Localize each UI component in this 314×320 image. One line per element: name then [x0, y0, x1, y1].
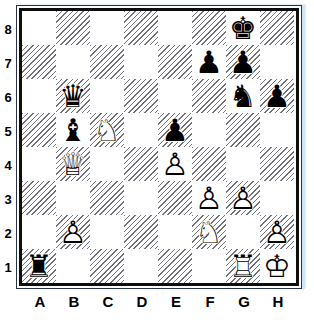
square-g7: ♟♟: [226, 45, 260, 79]
piece-glyph: ♙: [158, 147, 192, 181]
file-label-b: B: [57, 293, 91, 313]
file-label-g: G: [227, 293, 261, 313]
square-e2: [158, 215, 192, 249]
chess-board: ♚♚♟♟♟♟♛♛♞♞♟♟♝♝♞♘♟♟♛♕♟♙♟♙♟♙♟♙♞♘♟♙♜♜♜♖♚♔: [22, 11, 296, 283]
square-b5: ♝♝: [56, 113, 90, 147]
square-a3: [22, 181, 56, 215]
square-d5: [124, 113, 158, 147]
piece-glyph: ♖: [226, 249, 260, 283]
file-label-e: E: [159, 293, 193, 313]
square-h7: [260, 45, 294, 79]
board-border: ♚♚♟♟♟♟♛♛♞♞♟♟♝♝♞♘♟♟♛♕♟♙♟♙♟♙♟♙♞♘♟♙♜♜♜♖♚♔: [19, 8, 299, 286]
square-g5: [226, 113, 260, 147]
file-label-h: H: [261, 293, 295, 313]
rank-label-8: 8: [0, 12, 16, 46]
piece-glyph: ♝: [56, 113, 90, 147]
square-e8: [158, 11, 192, 45]
corner-spacer: [0, 289, 16, 313]
square-c8: [90, 11, 124, 45]
rank-label-7: 7: [0, 46, 16, 80]
square-b7: [56, 45, 90, 79]
square-a6: [22, 79, 56, 113]
square-c5: ♞♘: [90, 113, 124, 147]
square-f8: [192, 11, 226, 45]
piece-glyph: ♜: [22, 249, 56, 283]
piece-glyph: ♕: [56, 147, 90, 181]
square-a8: [22, 11, 56, 45]
piece-glyph: ♚: [226, 11, 260, 45]
piece-white-knight: ♞♘: [90, 113, 124, 147]
square-c2: [90, 215, 124, 249]
square-e4: ♟♙: [158, 147, 192, 181]
square-b8: [56, 11, 90, 45]
piece-black-rook: ♜♜: [22, 249, 56, 283]
square-d6: [124, 79, 158, 113]
square-g1: ♜♖: [226, 249, 260, 283]
piece-glyph: ♔: [260, 249, 294, 283]
piece-black-pawn: ♟♟: [226, 45, 260, 79]
piece-white-pawn: ♟♙: [226, 181, 260, 215]
piece-black-pawn: ♟♟: [260, 79, 294, 113]
rank-label-5: 5: [0, 114, 16, 148]
piece-white-queen: ♛♕: [56, 147, 90, 181]
square-f5: [192, 113, 226, 147]
piece-white-pawn: ♟♙: [56, 215, 90, 249]
piece-white-pawn: ♟♙: [158, 147, 192, 181]
piece-glyph: ♘: [90, 113, 124, 147]
chess-diagram-page: 87654321 ♚♚♟♟♟♟♛♛♞♞♟♟♝♝♞♘♟♟♛♕♟♙♟♙♟♙♟♙♞♘♟…: [0, 0, 314, 313]
square-a1: ♜♜: [22, 249, 56, 283]
square-d2: [124, 215, 158, 249]
rank-label-1: 1: [0, 250, 16, 284]
square-e7: [158, 45, 192, 79]
square-h4: [260, 147, 294, 181]
square-g8: ♚♚: [226, 11, 260, 45]
file-labels: ABCDEFGH: [23, 289, 314, 313]
square-g6: ♞♞: [226, 79, 260, 113]
piece-glyph: ♙: [226, 181, 260, 215]
square-g4: [226, 147, 260, 181]
file-label-a: A: [23, 293, 57, 313]
square-d1: [124, 249, 158, 283]
square-d8: [124, 11, 158, 45]
file-label-d: D: [125, 293, 159, 313]
rank-labels: 87654321: [0, 5, 16, 289]
square-e6: [158, 79, 192, 113]
piece-glyph: ♙: [56, 215, 90, 249]
piece-glyph: ♛: [56, 79, 90, 113]
file-label-f: F: [193, 293, 227, 313]
square-h8: [260, 11, 294, 45]
piece-black-pawn: ♟♟: [192, 45, 226, 79]
square-e5: ♟♟: [158, 113, 192, 147]
board-frame: ♚♚♟♟♟♟♛♛♞♞♟♟♝♝♞♘♟♟♛♕♟♙♟♙♟♙♟♙♞♘♟♙♜♜♜♖♚♔: [16, 5, 302, 289]
piece-glyph: ♟: [226, 45, 260, 79]
square-c7: [90, 45, 124, 79]
rank-label-2: 2: [0, 216, 16, 250]
square-c1: [90, 249, 124, 283]
piece-white-king: ♚♔: [260, 249, 294, 283]
square-b2: ♟♙: [56, 215, 90, 249]
piece-white-pawn: ♟♙: [260, 215, 294, 249]
square-f4: [192, 147, 226, 181]
square-c3: [90, 181, 124, 215]
piece-glyph: ♟: [158, 113, 192, 147]
square-f7: ♟♟: [192, 45, 226, 79]
square-b1: [56, 249, 90, 283]
square-f2: ♞♘: [192, 215, 226, 249]
square-h5: [260, 113, 294, 147]
piece-white-knight: ♞♘: [192, 215, 226, 249]
piece-glyph: ♙: [260, 215, 294, 249]
square-g2: [226, 215, 260, 249]
square-a7: [22, 45, 56, 79]
piece-glyph: ♟: [192, 45, 226, 79]
square-b6: ♛♛: [56, 79, 90, 113]
square-h1: ♚♔: [260, 249, 294, 283]
piece-black-bishop: ♝♝: [56, 113, 90, 147]
piece-glyph: ♟: [260, 79, 294, 113]
file-label-c: C: [91, 293, 125, 313]
square-f1: [192, 249, 226, 283]
square-e3: [158, 181, 192, 215]
piece-black-knight: ♞♞: [226, 79, 260, 113]
square-g3: ♟♙: [226, 181, 260, 215]
piece-glyph: ♙: [192, 181, 226, 215]
square-a2: [22, 215, 56, 249]
square-b3: [56, 181, 90, 215]
piece-glyph: ♞: [226, 79, 260, 113]
square-c6: [90, 79, 124, 113]
square-e1: [158, 249, 192, 283]
piece-glyph: ♘: [192, 215, 226, 249]
square-a4: [22, 147, 56, 181]
rank-label-3: 3: [0, 182, 16, 216]
square-c4: [90, 147, 124, 181]
square-h6: ♟♟: [260, 79, 294, 113]
square-d3: [124, 181, 158, 215]
rank-label-4: 4: [0, 148, 16, 182]
chess-diagram: 87654321 ♚♚♟♟♟♟♛♛♞♞♟♟♝♝♞♘♟♟♛♕♟♙♟♙♟♙♟♙♞♘♟…: [0, 5, 314, 313]
square-f3: ♟♙: [192, 181, 226, 215]
square-f6: [192, 79, 226, 113]
piece-black-king: ♚♚: [226, 11, 260, 45]
piece-black-queen: ♛♛: [56, 79, 90, 113]
square-b4: ♛♕: [56, 147, 90, 181]
rank-label-6: 6: [0, 80, 16, 114]
square-d7: [124, 45, 158, 79]
square-h2: ♟♙: [260, 215, 294, 249]
piece-white-pawn: ♟♙: [192, 181, 226, 215]
piece-white-rook: ♜♖: [226, 249, 260, 283]
square-h3: [260, 181, 294, 215]
square-a5: [22, 113, 56, 147]
square-d4: [124, 147, 158, 181]
piece-black-pawn: ♟♟: [158, 113, 192, 147]
